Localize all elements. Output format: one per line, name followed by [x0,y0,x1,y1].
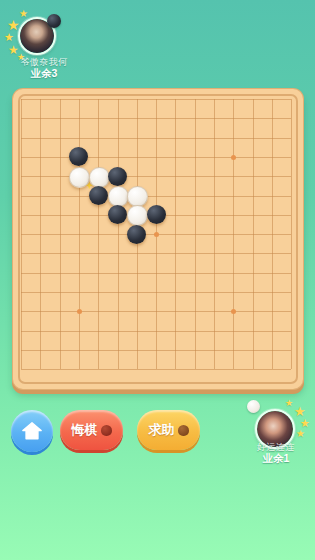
board-grid-line [233,99,234,369]
board-grid-line [21,331,291,332]
ask-help-label: 求助 [149,421,175,439]
star-decoration-icon: ★ [296,429,305,439]
board-star-point [231,155,236,160]
white-stone [69,167,90,188]
black-stone [108,167,127,186]
board-star-point [77,309,82,314]
star-decoration-icon: ★ [285,399,293,408]
player-top-rank: 业余3 [2,67,86,81]
board-grid-line [272,99,273,369]
black-stone [89,186,108,205]
board-grid-line [21,311,291,312]
board-grid-line [21,292,291,293]
white-stone [127,205,148,226]
undo-move-label: 悔棋 [72,421,98,439]
board-grid-line [291,99,292,369]
white-stone [108,186,129,207]
ask-help-button[interactable]: 求助 [137,410,200,450]
undo-cost-icon [101,425,112,436]
board-star-point [231,309,236,314]
board-grid-line [253,99,254,369]
black-stone [127,225,146,244]
board-grid-line [21,369,291,370]
black-stone [108,205,127,224]
black-stone-badge [47,14,61,28]
undo-move-button[interactable]: 悔棋 [60,410,123,450]
home-button[interactable] [11,410,53,452]
white-stone-badge [247,400,260,413]
star-decoration-icon: ★ [4,32,14,43]
board-grid-line [21,273,291,274]
black-stone [69,147,88,166]
board-grid-line [195,99,196,369]
home-icon [21,420,43,442]
star-decoration-icon: ★ [7,18,20,32]
gomoku-game-screen: ★ ★ ★ ★ ★ 爷傲奈我何 业余3 悔棋 求助 ★ ★ ★ ★ [0,0,315,560]
board-grid-line [21,350,291,351]
black-stone [147,205,166,224]
star-decoration-icon: ★ [19,9,28,19]
board-grid-line [175,99,176,369]
board-grid-line [214,99,215,369]
gomoku-board[interactable] [12,88,304,390]
help-cost-icon [178,425,189,436]
board-star-point [154,232,159,237]
board-grid-line [21,253,291,254]
white-stone [127,186,148,207]
player-bottom-rank: 业余1 [234,452,315,466]
white-stone [89,167,110,188]
